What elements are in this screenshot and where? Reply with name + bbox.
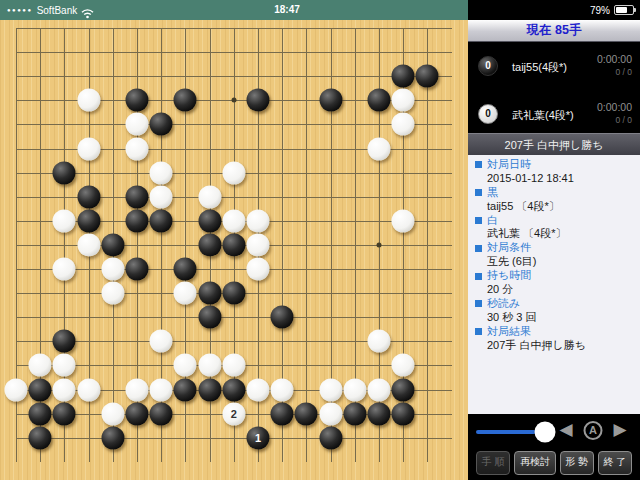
black-stone: [198, 209, 221, 232]
black-stone: [416, 65, 439, 88]
info-label: 対局条件: [468, 241, 640, 255]
white-stone: [53, 258, 76, 281]
current-move-header: 現在 85手: [468, 20, 640, 42]
info-value: taij55 〔4段*〕: [468, 200, 640, 214]
move-order-button: 手 順: [476, 451, 510, 475]
prev-move-button[interactable]: ◀: [559, 414, 572, 446]
white-stone: [150, 185, 173, 208]
black-stone: [126, 258, 149, 281]
white-stone: [368, 330, 391, 353]
move-slider-knob[interactable]: [535, 421, 556, 442]
auto-play-button[interactable]: A: [584, 421, 603, 440]
white-stone: [222, 161, 245, 184]
black-stone: 1: [247, 426, 270, 449]
black-stone: [126, 402, 149, 425]
game-result-bar: 207手 白中押し勝ち: [468, 133, 640, 156]
black-stone: [53, 330, 76, 353]
bullet-icon: [475, 189, 482, 196]
white-stone: [77, 89, 100, 112]
black-stone: [29, 402, 52, 425]
white-stone: [126, 113, 149, 136]
white-stone: [150, 378, 173, 401]
white-stone: [126, 137, 149, 160]
black-player-name: taij55(4段*): [512, 52, 592, 82]
black-stone: [271, 402, 294, 425]
white-player-clock: 0:00:00: [597, 101, 632, 113]
info-label: 持ち時間: [468, 269, 640, 283]
white-stone: [77, 378, 100, 401]
black-stone: [392, 378, 415, 401]
white-stone: [392, 113, 415, 136]
white-stone: [343, 378, 366, 401]
black-stone: [247, 89, 270, 112]
info-label: 対局結果: [468, 325, 640, 339]
battery-icon: [614, 5, 634, 15]
info-value: 207手 白中押し勝ち: [468, 339, 640, 353]
white-stone: [222, 354, 245, 377]
white-stone: [77, 233, 100, 256]
info-label: 黒: [468, 186, 640, 200]
black-stone: [174, 378, 197, 401]
black-stone: [271, 306, 294, 329]
white-stone: [29, 354, 52, 377]
white-stone: [53, 378, 76, 401]
evaluation-button[interactable]: 形 勢: [560, 451, 594, 475]
info-value: 互先 (6目): [468, 255, 640, 269]
white-stone: [247, 209, 270, 232]
black-stone: [295, 402, 318, 425]
white-stone: [392, 354, 415, 377]
go-app-screen: { "game": "go", "status_bar": { "signal_…: [0, 0, 640, 480]
info-value: 20 分: [468, 283, 640, 297]
replay-nav-bar: ◀ A ▶: [468, 414, 640, 446]
status-bar-left: ●●●●● SoftBank 18:47: [0, 0, 468, 20]
white-stone: [222, 209, 245, 232]
player-row-black: 0 taij55(4段*) 0:00:00 0 / 0: [468, 52, 640, 82]
black-stone: [368, 402, 391, 425]
white-player-byoyomi: 0 / 0: [615, 115, 632, 125]
white-stone: [101, 258, 124, 281]
info-value: 30 秒 3 回: [468, 311, 640, 325]
black-stone: [126, 209, 149, 232]
battery-nub: [634, 8, 636, 12]
white-stone: [392, 209, 415, 232]
bullet-icon: [475, 161, 482, 168]
black-stone: [319, 426, 342, 449]
info-value: 2015-01-12 18:41: [468, 172, 640, 186]
white-stone: [150, 330, 173, 353]
bullet-icon: [475, 217, 482, 224]
black-stone: [29, 378, 52, 401]
white-stone: [77, 137, 100, 160]
exit-button[interactable]: 終 了: [598, 451, 632, 475]
white-stone: 2: [222, 402, 245, 425]
white-stone: [198, 354, 221, 377]
white-stone: [150, 161, 173, 184]
black-stone: [222, 378, 245, 401]
next-move-button[interactable]: ▶: [613, 414, 626, 446]
info-label: 対局日時: [468, 158, 640, 172]
info-label: 白: [468, 214, 640, 228]
bullet-icon: [475, 245, 482, 252]
black-stone: [101, 233, 124, 256]
wifi-icon: [81, 5, 94, 16]
black-stone: [174, 258, 197, 281]
player-row-white: 0 武礼葉(4段*) 0:00:00 0 / 0: [468, 100, 640, 130]
action-button-bar: 手 順 再検討 形 勢 終 了: [468, 446, 640, 480]
white-stone: [5, 378, 28, 401]
black-stone: [392, 65, 415, 88]
white-stone: [271, 378, 294, 401]
clock-time: 18:47: [274, 0, 300, 20]
black-stone: [343, 402, 366, 425]
game-info-panel: 対局日時 2015-01-12 18:41 黒 taij55 〔4段*〕 白 武…: [468, 155, 640, 414]
white-stone: [198, 185, 221, 208]
white-stone: [368, 378, 391, 401]
white-stone: [247, 378, 270, 401]
star-point: [377, 242, 382, 247]
white-stone: [319, 402, 342, 425]
black-stone: [150, 113, 173, 136]
black-stone: [174, 89, 197, 112]
black-stone: [150, 209, 173, 232]
black-stone: [222, 233, 245, 256]
black-stone: [77, 209, 100, 232]
bullet-icon: [475, 300, 482, 307]
white-stone: [319, 378, 342, 401]
white-stone: [53, 354, 76, 377]
review-button[interactable]: 再検討: [514, 451, 555, 475]
carrier-label: SoftBank: [37, 5, 78, 16]
white-stone: [101, 282, 124, 305]
battery-percent-label: 79%: [590, 5, 610, 16]
white-stone: [126, 378, 149, 401]
sidebar: 現在 85手 0 taij55(4段*) 0:00:00 0 / 0 0 武礼葉…: [468, 20, 640, 480]
white-stone: [368, 137, 391, 160]
black-stone: [319, 89, 342, 112]
black-captures-stone-icon: 0: [478, 56, 498, 76]
black-stone: [126, 185, 149, 208]
white-captures-stone-icon: 0: [478, 104, 498, 124]
white-stone: [101, 402, 124, 425]
black-stone: [198, 378, 221, 401]
white-stone: [53, 209, 76, 232]
black-stone: [198, 282, 221, 305]
star-point: [231, 98, 236, 103]
black-stone: [126, 89, 149, 112]
black-stone: [198, 233, 221, 256]
white-player-name: 武礼葉(4段*): [512, 100, 592, 130]
black-stone: [77, 185, 100, 208]
bullet-icon: [475, 328, 482, 335]
go-board: 21: [0, 20, 468, 480]
white-stone: [247, 258, 270, 281]
black-stone: [198, 306, 221, 329]
battery-fill: [616, 7, 627, 13]
black-stone: [222, 282, 245, 305]
black-stone: [368, 89, 391, 112]
white-stone: [174, 282, 197, 305]
info-label: 秒読み: [468, 297, 640, 311]
black-stone: [29, 426, 52, 449]
status-bar-right: 79%: [468, 0, 640, 20]
white-stone: [392, 89, 415, 112]
black-stone: [392, 402, 415, 425]
bullet-icon: [475, 273, 482, 280]
signal-strength-icon: ●●●●●: [7, 7, 33, 13]
black-player-byoyomi: 0 / 0: [615, 67, 632, 77]
black-stone: [53, 161, 76, 184]
black-stone: [53, 402, 76, 425]
white-stone: [247, 233, 270, 256]
black-stone: [101, 426, 124, 449]
info-value: 武礼葉 〔4段*〕: [468, 227, 640, 241]
black-player-clock: 0:00:00: [597, 53, 632, 65]
white-stone: [174, 354, 197, 377]
black-stone: [150, 402, 173, 425]
